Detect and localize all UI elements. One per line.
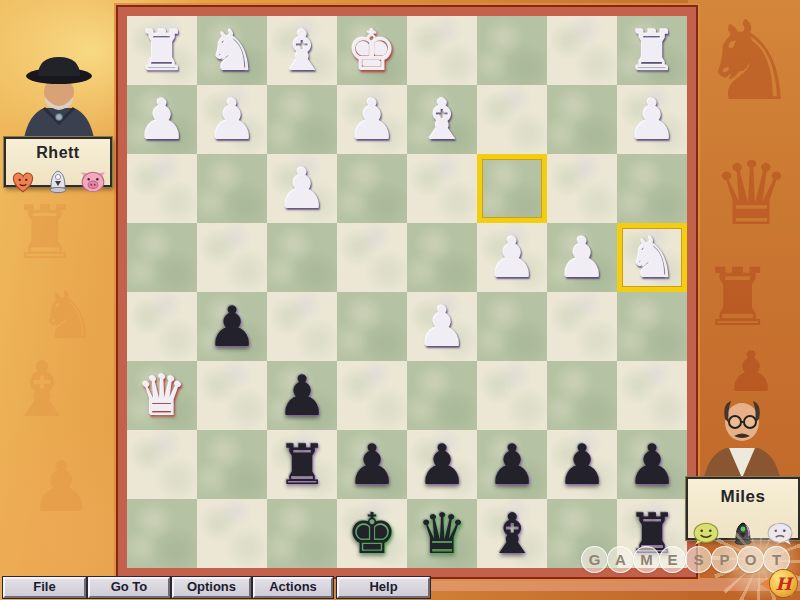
board-grid: ♜♞♝♚♜♟♟♟♝♟♟♟♟♞♟♟♛♟♜♟♟♟♟♟♚♛♝♜ [127, 16, 687, 568]
square-e6[interactable] [337, 361, 407, 430]
black-rook[interactable]: ♜ [277, 430, 327, 499]
square-a8[interactable]: ♜ [617, 499, 687, 568]
square-d1[interactable] [407, 16, 477, 85]
square-b7[interactable]: ♟ [547, 430, 617, 499]
square-g1[interactable]: ♞ [197, 16, 267, 85]
game-window: ♞ ♛ ♜ ♟ ♜ ♞ ♝ ♟ ♜♞♝♚♜♟♟♟♝♟♟♟♟♞♟♟♛♟♜♟♟♟♟♟… [0, 0, 800, 600]
white-king[interactable]: ♚ [347, 16, 397, 85]
square-h3[interactable] [127, 154, 197, 223]
square-b4[interactable]: ♟ [547, 223, 617, 292]
square-g3[interactable] [197, 154, 267, 223]
square-e7[interactable]: ♟ [337, 430, 407, 499]
square-h8[interactable] [127, 499, 197, 568]
background-band [420, 578, 800, 591]
white-pawn[interactable]: ♟ [207, 85, 257, 154]
square-f6[interactable]: ♟ [267, 361, 337, 430]
chess-board: ♜♞♝♚♜♟♟♟♝♟♟♟♟♞♟♟♛♟♜♟♟♟♟♟♚♛♝♜ [118, 7, 696, 577]
square-h2[interactable]: ♟ [127, 85, 197, 154]
square-c8[interactable]: ♝ [477, 499, 547, 568]
white-knight[interactable]: ♞ [627, 223, 677, 292]
square-e2[interactable]: ♟ [337, 85, 407, 154]
square-b8[interactable] [547, 499, 617, 568]
square-d8[interactable]: ♛ [407, 499, 477, 568]
square-d3[interactable] [407, 154, 477, 223]
background-knight-sketch: ♞ [38, 282, 97, 348]
black-rook[interactable]: ♜ [627, 499, 677, 568]
white-rook[interactable]: ♜ [137, 16, 187, 85]
black-pawn[interactable]: ♟ [207, 292, 257, 361]
square-b5[interactable] [547, 292, 617, 361]
black-queen[interactable]: ♛ [417, 499, 467, 568]
square-c2[interactable] [477, 85, 547, 154]
square-g5[interactable]: ♟ [197, 292, 267, 361]
white-pawn[interactable]: ♟ [557, 223, 607, 292]
square-e8[interactable]: ♚ [337, 499, 407, 568]
menu-file-button[interactable]: File [3, 577, 86, 598]
square-h6[interactable]: ♛ [127, 361, 197, 430]
miles-name-plate: Miles [686, 477, 800, 540]
square-b3[interactable] [547, 154, 617, 223]
square-f3[interactable]: ♟ [267, 154, 337, 223]
square-e3[interactable] [337, 154, 407, 223]
black-pawn[interactable]: ♟ [347, 430, 397, 499]
black-king[interactable]: ♚ [347, 499, 397, 568]
black-pawn[interactable]: ♟ [487, 430, 537, 499]
square-c3[interactable] [477, 154, 547, 223]
square-a7[interactable]: ♟ [617, 430, 687, 499]
background-bishop-sketch: ♝ [8, 352, 76, 428]
background-pawn-sketch: ♟ [30, 452, 93, 522]
black-pawn-icon[interactable] [732, 522, 754, 546]
square-d2[interactable]: ♝ [407, 85, 477, 154]
square-g2[interactable]: ♟ [197, 85, 267, 154]
heart-face-icon[interactable] [10, 170, 36, 194]
square-f5[interactable] [267, 292, 337, 361]
white-bishop[interactable]: ♝ [277, 16, 327, 85]
white-knight[interactable]: ♞ [207, 16, 257, 85]
black-pawn[interactable]: ♟ [557, 430, 607, 499]
square-g7[interactable] [197, 430, 267, 499]
square-d7[interactable]: ♟ [407, 430, 477, 499]
menu-options-button[interactable]: Options [172, 577, 251, 598]
square-h4[interactable] [127, 223, 197, 292]
square-a1[interactable]: ♜ [617, 16, 687, 85]
white-pawn[interactable]: ♟ [347, 85, 397, 154]
square-c4[interactable]: ♟ [477, 223, 547, 292]
rhett-portrait [8, 55, 110, 138]
square-h5[interactable] [127, 292, 197, 361]
happy-bubble-icon[interactable] [692, 522, 720, 547]
white-bishop[interactable]: ♝ [417, 85, 467, 154]
white-pawn[interactable]: ♟ [277, 154, 327, 223]
square-e5[interactable] [337, 292, 407, 361]
rhett-name-plate: Rhett [4, 137, 112, 187]
square-g4[interactable] [197, 223, 267, 292]
hoyle-coin-icon[interactable]: H [770, 570, 797, 597]
menu-help-button[interactable]: Help [337, 577, 430, 598]
square-b6[interactable] [547, 361, 617, 430]
player-name-right: Miles [688, 487, 798, 507]
menu-goto-button[interactable]: Go To [88, 577, 170, 598]
square-a2[interactable]: ♟ [617, 85, 687, 154]
square-c5[interactable] [477, 292, 547, 361]
square-f2[interactable] [267, 85, 337, 154]
white-pawn-icon[interactable] [47, 170, 69, 194]
background-rook-sketch: ♜ [12, 196, 78, 270]
white-pawn[interactable]: ♟ [417, 292, 467, 361]
square-b1[interactable] [547, 16, 617, 85]
white-queen[interactable]: ♛ [137, 361, 187, 430]
square-a4[interactable]: ♞ [617, 223, 687, 292]
black-pawn[interactable]: ♟ [627, 430, 677, 499]
black-pawn[interactable]: ♟ [277, 361, 327, 430]
white-rook[interactable]: ♜ [627, 16, 677, 85]
square-c1[interactable] [477, 16, 547, 85]
square-a6[interactable] [617, 361, 687, 430]
menu-actions-button[interactable]: Actions [253, 577, 333, 598]
white-pawn[interactable]: ♟ [627, 85, 677, 154]
white-pawn[interactable]: ♟ [137, 85, 187, 154]
square-c7[interactable]: ♟ [477, 430, 547, 499]
square-e1[interactable]: ♚ [337, 16, 407, 85]
square-f4[interactable] [267, 223, 337, 292]
square-f1[interactable]: ♝ [267, 16, 337, 85]
black-pawn[interactable]: ♟ [417, 430, 467, 499]
square-f8[interactable] [267, 499, 337, 568]
player-name-left: Rhett [6, 144, 110, 162]
pig-face-icon[interactable] [80, 170, 106, 194]
white-pawn[interactable]: ♟ [487, 223, 537, 292]
square-a5[interactable] [617, 292, 687, 361]
square-d6[interactable] [407, 361, 477, 430]
square-b2[interactable] [547, 85, 617, 154]
black-bishop[interactable]: ♝ [487, 499, 537, 568]
square-h7[interactable] [127, 430, 197, 499]
sad-bubble-icon[interactable] [766, 522, 794, 547]
square-h1[interactable]: ♜ [127, 16, 197, 85]
character-toggle[interactable]: H [760, 570, 800, 598]
square-e4[interactable] [337, 223, 407, 292]
square-a3[interactable] [617, 154, 687, 223]
square-d5[interactable]: ♟ [407, 292, 477, 361]
square-f7[interactable]: ♜ [267, 430, 337, 499]
square-d4[interactable] [407, 223, 477, 292]
square-c6[interactable] [477, 361, 547, 430]
square-g6[interactable] [197, 361, 267, 430]
square-g8[interactable] [197, 499, 267, 568]
